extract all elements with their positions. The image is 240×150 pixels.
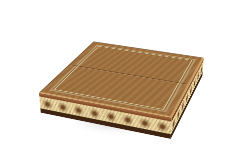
scene (0, 0, 240, 150)
chess-box (39, 42, 204, 118)
product-photo (0, 0, 240, 150)
